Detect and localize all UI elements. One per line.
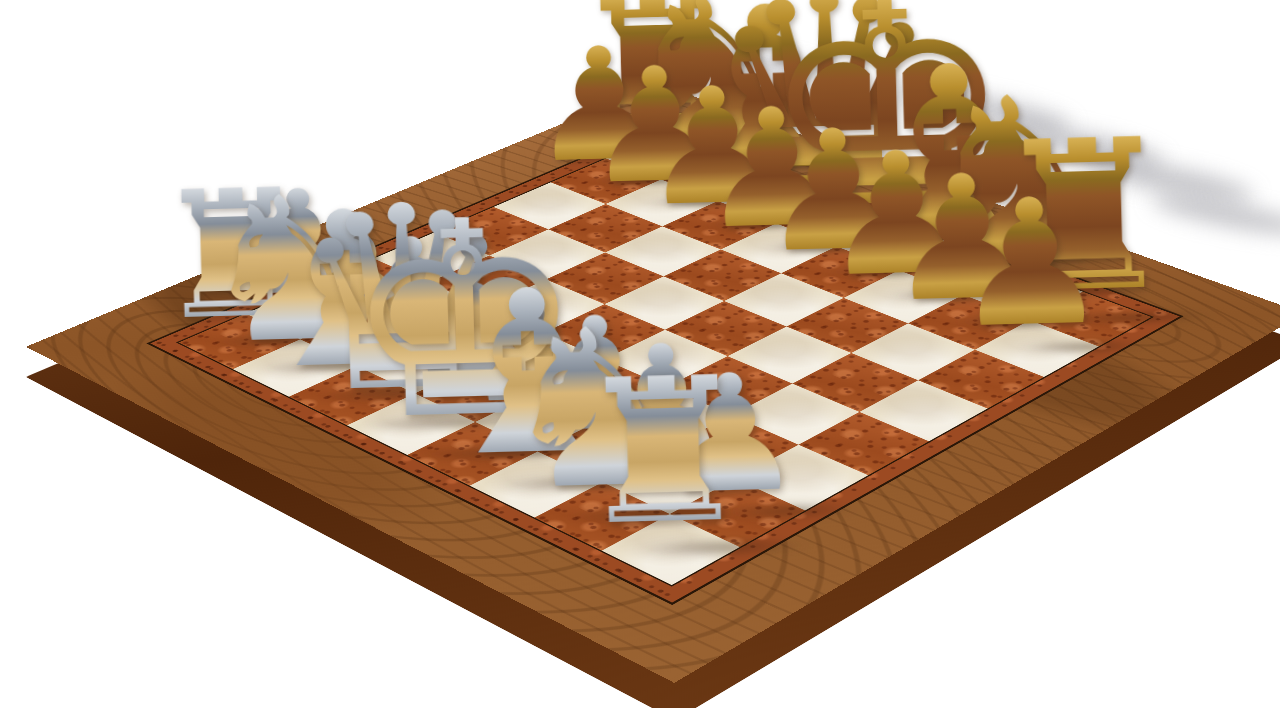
chess-board: ♜♞♝♛♚♝♞♜♟♟♟♟♟♟♟♟♟♟♟♟♟♟♟♟♜♞♝♛♚♝♞♜ — [26, 84, 1280, 683]
rook-icon: ♜ — [490, 348, 836, 556]
chess-set-photo: ♜♞♝♛♚♝♞♜♟♟♟♟♟♟♟♟♟♟♟♟♟♟♟♟♜♞♝♛♚♝♞♜ — [0, 0, 1280, 708]
pawn-icon: ♟ — [876, 172, 1186, 354]
